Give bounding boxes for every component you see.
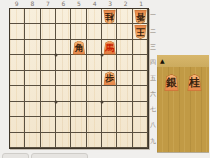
shogi-board: 桂香王角馬歩 (9, 8, 149, 149)
piece-outline: 桂 (103, 10, 116, 24)
shogi-piece-3一[interactable]: 桂 (102, 9, 117, 24)
komadai-header: ▲ (157, 55, 209, 67)
file-label: 6 (56, 0, 72, 8)
rank-label: 一 (149, 8, 157, 24)
piece-outline: 香 (134, 10, 147, 24)
piece-glyph: 角 (73, 41, 85, 54)
file-label: 2 (118, 0, 134, 8)
file-label: 8 (25, 0, 41, 8)
piece-glyph: 銀 (165, 75, 179, 91)
rank-label: 四 (149, 55, 157, 71)
bottom-button-partial-2[interactable] (31, 153, 88, 158)
file-label: 5 (71, 0, 87, 8)
rank-label: 七 (149, 102, 157, 118)
sente-hand-pieces: 銀桂 (157, 74, 209, 91)
piece-outline: 馬 (103, 41, 116, 55)
hand-piece[interactable]: 桂 (187, 74, 202, 91)
file-label: 7 (40, 0, 56, 8)
rank-label: 三 (149, 39, 157, 55)
shogi-piece-3五[interactable]: 歩 (102, 71, 117, 86)
shogi-piece-1一[interactable]: 香 (133, 9, 148, 24)
piece-glyph: 香 (134, 10, 146, 23)
file-label: 9 (9, 0, 25, 8)
rank-label: 八 (149, 118, 157, 134)
piece-glyph: 馬 (104, 41, 116, 54)
bottom-button-partial-1[interactable] (2, 153, 29, 158)
pieces-layer: 桂香王角馬歩 (10, 9, 148, 148)
file-coordinates: 987654321 (9, 0, 149, 8)
piece-outline: 歩 (103, 71, 116, 85)
file-label: 4 (87, 0, 103, 8)
piece-outline: 角 (72, 41, 85, 55)
shogi-piece-1二[interactable]: 王 (133, 24, 148, 39)
file-label: 3 (102, 0, 118, 8)
sente-komadai: ▲ 銀桂 (157, 55, 209, 152)
shogi-piece-5三[interactable]: 角 (71, 40, 86, 55)
file-label: 1 (133, 0, 149, 8)
piece-glyph: 歩 (104, 72, 116, 85)
piece-glyph: 王 (134, 26, 146, 39)
rank-label: 九 (149, 133, 157, 149)
piece-glyph: 桂 (104, 10, 116, 23)
rank-label: 五 (149, 71, 157, 87)
shogi-piece-3三[interactable]: 馬 (102, 40, 117, 55)
sente-marker-icon: ▲ (160, 58, 165, 64)
rank-coordinates: 一二三四五六七八九 (149, 8, 157, 149)
shogi-diagram: 987654321 桂香王角馬歩 一二三四五六七八九 ▲ 銀桂 (0, 0, 210, 158)
rank-label: 二 (149, 24, 157, 40)
rank-label: 六 (149, 86, 157, 102)
piece-outline: 王 (134, 25, 147, 39)
hand-piece[interactable]: 銀 (164, 74, 179, 91)
piece-glyph: 桂 (188, 75, 202, 91)
